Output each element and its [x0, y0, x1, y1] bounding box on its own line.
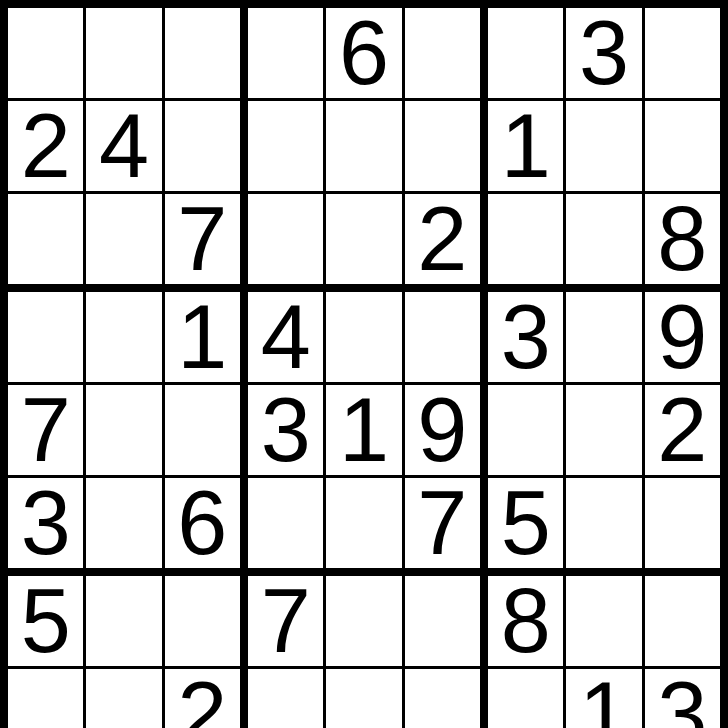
- cell-r5c1[interactable]: 7: [8, 385, 83, 475]
- cell-r5c3[interactable]: [165, 385, 240, 475]
- cell-r6c4[interactable]: [248, 478, 323, 568]
- cell-r8c4[interactable]: [248, 669, 323, 728]
- cell-r6c8[interactable]: [566, 478, 641, 568]
- cell-r7c2[interactable]: [86, 576, 161, 666]
- cell-r1c7[interactable]: [488, 8, 563, 98]
- cell-r5c5[interactable]: 1: [326, 385, 401, 475]
- cell-r6c1[interactable]: 3: [8, 478, 83, 568]
- cell-r3c9[interactable]: 8: [645, 194, 720, 284]
- cell-r8c3[interactable]: 2: [165, 669, 240, 728]
- cell-r3c4[interactable]: [248, 194, 323, 284]
- cell-r3c3[interactable]: 7: [165, 194, 240, 284]
- cell-r4c4[interactable]: 4: [248, 292, 323, 382]
- cell-r5c9[interactable]: 2: [645, 385, 720, 475]
- cell-r7c8[interactable]: [566, 576, 641, 666]
- cell-r5c4[interactable]: 3: [248, 385, 323, 475]
- cell-r4c3[interactable]: 1: [165, 292, 240, 382]
- cell-r2c9[interactable]: [645, 101, 720, 191]
- cell-r7c5[interactable]: [326, 576, 401, 666]
- cell-r1c6[interactable]: [405, 8, 480, 98]
- cell-r3c6[interactable]: 2: [405, 194, 480, 284]
- cell-r1c1[interactable]: [8, 8, 83, 98]
- sudoku-block-9: 813: [488, 576, 720, 728]
- cell-r8c5[interactable]: [326, 669, 401, 728]
- cell-r6c7[interactable]: 5: [488, 478, 563, 568]
- cell-r5c7[interactable]: [488, 385, 563, 475]
- sudoku-block-7: 527: [8, 576, 240, 728]
- cell-r5c2[interactable]: [86, 385, 161, 475]
- cell-r3c1[interactable]: [8, 194, 83, 284]
- cell-r1c8[interactable]: 3: [566, 8, 641, 98]
- cell-r7c1[interactable]: 5: [8, 576, 83, 666]
- cell-r6c2[interactable]: [86, 478, 161, 568]
- cell-r1c5[interactable]: 6: [326, 8, 401, 98]
- cell-r2c5[interactable]: [326, 101, 401, 191]
- cell-r7c6[interactable]: [405, 576, 480, 666]
- cell-r1c9[interactable]: [645, 8, 720, 98]
- cell-r6c3[interactable]: 6: [165, 478, 240, 568]
- sudoku-board: 24762318173643197392552772813: [0, 0, 728, 728]
- sudoku-block-8: 72: [248, 576, 480, 728]
- cell-r3c5[interactable]: [326, 194, 401, 284]
- cell-r8c8[interactable]: 1: [566, 669, 641, 728]
- cell-r4c9[interactable]: 9: [645, 292, 720, 382]
- cell-r2c3[interactable]: [165, 101, 240, 191]
- cell-r5c8[interactable]: [566, 385, 641, 475]
- cell-r4c7[interactable]: 3: [488, 292, 563, 382]
- cell-r7c7[interactable]: 8: [488, 576, 563, 666]
- cell-r4c6[interactable]: [405, 292, 480, 382]
- cell-r2c6[interactable]: [405, 101, 480, 191]
- sudoku-block-5: 43197: [248, 292, 480, 568]
- cell-r6c6[interactable]: 7: [405, 478, 480, 568]
- cell-r2c4[interactable]: [248, 101, 323, 191]
- cell-r7c9[interactable]: [645, 576, 720, 666]
- cell-r8c7[interactable]: [488, 669, 563, 728]
- cell-r1c2[interactable]: [86, 8, 161, 98]
- cell-r4c5[interactable]: [326, 292, 401, 382]
- cell-r2c1[interactable]: 2: [8, 101, 83, 191]
- cell-r3c2[interactable]: [86, 194, 161, 284]
- cell-r4c2[interactable]: [86, 292, 161, 382]
- cell-r2c7[interactable]: 1: [488, 101, 563, 191]
- sudoku-block-2: 62: [248, 8, 480, 284]
- sudoku-block-3: 318: [488, 8, 720, 284]
- cell-r8c6[interactable]: [405, 669, 480, 728]
- cell-r4c8[interactable]: [566, 292, 641, 382]
- cell-r3c8[interactable]: [566, 194, 641, 284]
- cell-r1c3[interactable]: [165, 8, 240, 98]
- sudoku-block-4: 1736: [8, 292, 240, 568]
- cell-r2c8[interactable]: [566, 101, 641, 191]
- sudoku-block-6: 3925: [488, 292, 720, 568]
- cell-r6c9[interactable]: [645, 478, 720, 568]
- cell-r1c4[interactable]: [248, 8, 323, 98]
- sudoku-block-1: 247: [8, 8, 240, 284]
- cell-r8c1[interactable]: [8, 669, 83, 728]
- cell-r4c1[interactable]: [8, 292, 83, 382]
- cell-r6c5[interactable]: [326, 478, 401, 568]
- cell-r5c6[interactable]: 9: [405, 385, 480, 475]
- cell-r3c7[interactable]: [488, 194, 563, 284]
- cell-r7c3[interactable]: [165, 576, 240, 666]
- cell-r8c2[interactable]: [86, 669, 161, 728]
- cell-r2c2[interactable]: 4: [86, 101, 161, 191]
- cell-r7c4[interactable]: 7: [248, 576, 323, 666]
- cell-r8c9[interactable]: 3: [645, 669, 720, 728]
